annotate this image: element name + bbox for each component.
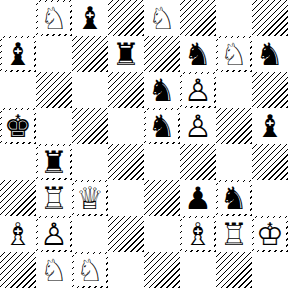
square-e5[interactable]: ♞ xyxy=(144,108,180,144)
square-g4[interactable] xyxy=(216,144,252,180)
white-knight-c1: ♘ xyxy=(74,254,106,286)
white-knight-b1: ♘ xyxy=(40,255,68,286)
square-f4[interactable] xyxy=(180,144,216,180)
black-knight-e6: ♞ xyxy=(148,75,176,106)
square-c5[interactable] xyxy=(72,108,108,144)
black-knight-f7: ♞ xyxy=(184,39,212,70)
square-f1[interactable] xyxy=(180,252,216,288)
square-g5[interactable] xyxy=(216,108,252,144)
square-h3[interactable] xyxy=(252,180,288,216)
square-e7[interactable] xyxy=(144,36,180,72)
square-b8[interactable]: ♘ xyxy=(36,0,72,36)
black-bishop-a7: ♝ xyxy=(2,38,34,70)
chess-board: ♘♝♘♝♜♞♘♞♞♙♚♞♙♝♜♖♕♟♞♗♙♗♖♔♘♘ xyxy=(0,0,288,288)
square-a6[interactable] xyxy=(0,72,36,108)
square-d1[interactable] xyxy=(108,252,144,288)
square-f7[interactable]: ♞ xyxy=(180,36,216,72)
square-h1[interactable] xyxy=(252,252,288,288)
square-c3[interactable]: ♕ xyxy=(72,180,108,216)
square-h7[interactable]: ♞ xyxy=(252,36,288,72)
square-f8[interactable] xyxy=(180,0,216,36)
square-e8[interactable]: ♘ xyxy=(144,0,180,36)
square-d7[interactable]: ♜ xyxy=(108,36,144,72)
square-g1[interactable] xyxy=(216,252,252,288)
square-c4[interactable] xyxy=(72,144,108,180)
white-bishop-a2: ♗ xyxy=(4,219,32,250)
black-knight-g3: ♞ xyxy=(218,182,250,214)
square-g2[interactable]: ♖ xyxy=(216,216,252,252)
square-c8[interactable]: ♝ xyxy=(72,0,108,36)
square-e3[interactable] xyxy=(144,180,180,216)
square-d8[interactable] xyxy=(108,0,144,36)
square-h5[interactable]: ♝ xyxy=(252,108,288,144)
square-d2[interactable] xyxy=(108,216,144,252)
black-rook-d7: ♜ xyxy=(112,39,140,70)
square-a5[interactable]: ♚ xyxy=(0,108,36,144)
white-rook-g2: ♖ xyxy=(220,219,248,250)
black-pawn-f3: ♟ xyxy=(184,183,212,214)
chess-diagram: ♘♝♘♝♜♞♘♞♞♙♚♞♙♝♜♖♕♟♞♗♙♗♖♔♘♘ xyxy=(0,0,288,288)
square-g6[interactable] xyxy=(216,72,252,108)
white-knight-g7: ♘ xyxy=(218,38,250,70)
white-knight-b8: ♘ xyxy=(38,2,70,34)
square-g8[interactable] xyxy=(216,0,252,36)
square-f2[interactable]: ♗ xyxy=(180,216,216,252)
square-f3[interactable]: ♟ xyxy=(180,180,216,216)
square-h6[interactable] xyxy=(252,72,288,108)
square-a3[interactable] xyxy=(0,180,36,216)
square-a1[interactable] xyxy=(0,252,36,288)
white-pawn-f5: ♙ xyxy=(184,111,212,142)
square-b4[interactable]: ♜ xyxy=(36,144,72,180)
square-g7[interactable]: ♘ xyxy=(216,36,252,72)
square-f6[interactable]: ♙ xyxy=(180,72,216,108)
square-c1[interactable]: ♘ xyxy=(72,252,108,288)
square-d4[interactable] xyxy=(108,144,144,180)
white-knight-e8: ♘ xyxy=(148,3,176,34)
square-b6[interactable] xyxy=(36,72,72,108)
square-h4[interactable] xyxy=(252,144,288,180)
square-c7[interactable] xyxy=(72,36,108,72)
square-d5[interactable] xyxy=(108,108,144,144)
square-h8[interactable] xyxy=(252,0,288,36)
white-pawn-b2: ♙ xyxy=(38,218,70,250)
square-e6[interactable]: ♞ xyxy=(144,72,180,108)
square-a8[interactable] xyxy=(0,0,36,36)
square-b5[interactable] xyxy=(36,108,72,144)
black-knight-e5: ♞ xyxy=(146,110,178,142)
square-d6[interactable] xyxy=(108,72,144,108)
square-b1[interactable]: ♘ xyxy=(36,252,72,288)
square-c2[interactable] xyxy=(72,216,108,252)
square-b3[interactable]: ♖ xyxy=(36,180,72,216)
square-e4[interactable] xyxy=(144,144,180,180)
square-c6[interactable] xyxy=(72,72,108,108)
black-bishop-c8: ♝ xyxy=(76,3,104,34)
black-knight-h7: ♞ xyxy=(256,39,284,70)
black-bishop-h5: ♝ xyxy=(256,111,284,142)
white-rook-b3: ♖ xyxy=(40,183,68,214)
white-pawn-f6: ♙ xyxy=(182,74,214,106)
square-g3[interactable]: ♞ xyxy=(216,180,252,216)
white-king-h2: ♔ xyxy=(254,218,286,250)
black-king-a5: ♚ xyxy=(2,110,34,142)
square-h2[interactable]: ♔ xyxy=(252,216,288,252)
square-f5[interactable]: ♙ xyxy=(180,108,216,144)
square-a2[interactable]: ♗ xyxy=(0,216,36,252)
square-b7[interactable] xyxy=(36,36,72,72)
black-rook-b4: ♜ xyxy=(38,146,70,178)
white-queen-c3: ♕ xyxy=(74,182,106,214)
white-bishop-f2: ♗ xyxy=(182,218,214,250)
square-e2[interactable] xyxy=(144,216,180,252)
square-b2[interactable]: ♙ xyxy=(36,216,72,252)
square-a4[interactable] xyxy=(0,144,36,180)
square-a7[interactable]: ♝ xyxy=(0,36,36,72)
square-e1[interactable] xyxy=(144,252,180,288)
square-d3[interactable] xyxy=(108,180,144,216)
